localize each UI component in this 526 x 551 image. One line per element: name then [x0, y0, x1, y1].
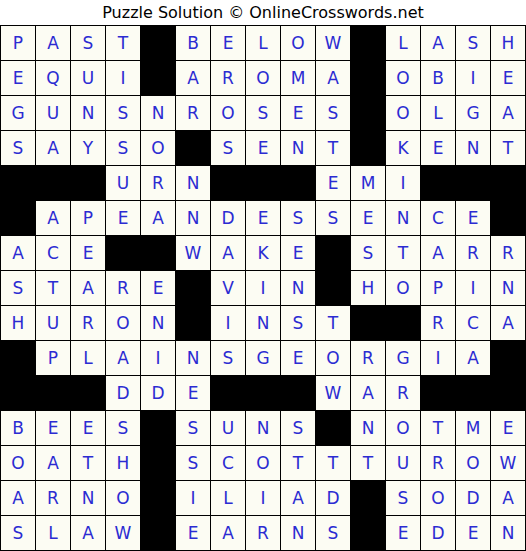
- block-cell: [386, 306, 421, 341]
- letter-cell: S: [211, 131, 246, 166]
- block-cell: [491, 166, 526, 201]
- letter-cell: S: [316, 96, 351, 131]
- letter-cell: S: [386, 481, 421, 516]
- letter-cell: E: [456, 516, 491, 551]
- letter-cell: O: [106, 306, 141, 341]
- letter-cell: E: [71, 236, 106, 271]
- letter-cell: E: [176, 516, 211, 551]
- letter-cell: I: [246, 481, 281, 516]
- letter-cell: U: [211, 411, 246, 446]
- letter-cell: N: [491, 516, 526, 551]
- block-cell: [316, 271, 351, 306]
- letter-cell: D: [456, 481, 491, 516]
- letter-cell: C: [421, 201, 456, 236]
- letter-cell: E: [1, 61, 36, 96]
- letter-cell: G: [386, 341, 421, 376]
- block-cell: [351, 96, 386, 131]
- block-cell: [141, 446, 176, 481]
- letter-cell: B: [421, 61, 456, 96]
- letter-cell: O: [386, 271, 421, 306]
- letter-cell: A: [211, 516, 246, 551]
- block-cell: [351, 26, 386, 61]
- letter-cell: S: [281, 411, 316, 446]
- block-cell: [281, 376, 316, 411]
- letter-cell: T: [36, 271, 71, 306]
- letter-cell: H: [351, 271, 386, 306]
- letter-cell: S: [176, 446, 211, 481]
- letter-cell: E: [351, 201, 386, 236]
- letter-cell: E: [71, 411, 106, 446]
- block-cell: [1, 166, 36, 201]
- letter-cell: H: [491, 26, 526, 61]
- letter-cell: T: [316, 131, 351, 166]
- letter-cell: N: [246, 411, 281, 446]
- block-cell: [211, 166, 246, 201]
- letter-cell: S: [71, 26, 106, 61]
- letter-cell: U: [106, 166, 141, 201]
- letter-cell: L: [71, 341, 106, 376]
- letter-cell: S: [176, 411, 211, 446]
- letter-cell: S: [316, 516, 351, 551]
- letter-cell: E: [491, 411, 526, 446]
- letter-cell: I: [211, 306, 246, 341]
- block-cell: [421, 376, 456, 411]
- letter-cell: W: [106, 516, 141, 551]
- letter-cell: A: [281, 481, 316, 516]
- letter-cell: N: [176, 166, 211, 201]
- block-cell: [351, 61, 386, 96]
- letter-cell: E: [316, 166, 351, 201]
- letter-cell: M: [456, 411, 491, 446]
- block-cell: [1, 201, 36, 236]
- letter-cell: C: [211, 446, 246, 481]
- letter-cell: L: [386, 26, 421, 61]
- letter-cell: N: [176, 201, 211, 236]
- block-cell: [351, 481, 386, 516]
- letter-cell: N: [71, 481, 106, 516]
- letter-cell: T: [316, 306, 351, 341]
- letter-cell: L: [211, 481, 246, 516]
- letter-cell: O: [246, 61, 281, 96]
- letter-cell: R: [71, 306, 106, 341]
- block-cell: [36, 376, 71, 411]
- letter-cell: A: [1, 481, 36, 516]
- letter-cell: T: [491, 131, 526, 166]
- letter-cell: A: [351, 376, 386, 411]
- letter-cell: O: [316, 341, 351, 376]
- letter-cell: R: [456, 236, 491, 271]
- letter-cell: G: [456, 96, 491, 131]
- letter-cell: D: [316, 481, 351, 516]
- letter-cell: E: [386, 516, 421, 551]
- letter-cell: E: [491, 61, 526, 96]
- letter-cell: T: [106, 26, 141, 61]
- letter-cell: A: [141, 201, 176, 236]
- letter-cell: N: [246, 306, 281, 341]
- letter-cell: I: [246, 271, 281, 306]
- letter-cell: A: [491, 96, 526, 131]
- letter-cell: R: [351, 341, 386, 376]
- letter-cell: A: [316, 61, 351, 96]
- letter-cell: T: [421, 411, 456, 446]
- letter-cell: N: [281, 271, 316, 306]
- letter-cell: O: [386, 411, 421, 446]
- letter-cell: S: [1, 131, 36, 166]
- letter-cell: R: [386, 376, 421, 411]
- letter-cell: W: [316, 26, 351, 61]
- letter-cell: D: [141, 376, 176, 411]
- letter-cell: A: [71, 271, 106, 306]
- letter-cell: A: [421, 26, 456, 61]
- letter-cell: T: [386, 236, 421, 271]
- letter-cell: M: [281, 61, 316, 96]
- letter-cell: W: [491, 446, 526, 481]
- letter-cell: Q: [36, 61, 71, 96]
- letter-cell: L: [246, 26, 281, 61]
- letter-cell: L: [36, 516, 71, 551]
- letter-cell: A: [106, 341, 141, 376]
- block-cell: [351, 306, 386, 341]
- letter-cell: A: [1, 236, 36, 271]
- letter-cell: I: [176, 481, 211, 516]
- letter-cell: O: [246, 446, 281, 481]
- letter-cell: R: [421, 306, 456, 341]
- letter-cell: N: [351, 411, 386, 446]
- letter-cell: D: [106, 376, 141, 411]
- letter-cell: U: [386, 446, 421, 481]
- letter-cell: S: [351, 236, 386, 271]
- block-cell: [456, 166, 491, 201]
- block-cell: [1, 341, 36, 376]
- block-cell: [176, 271, 211, 306]
- letter-cell: U: [36, 306, 71, 341]
- letter-cell: S: [281, 201, 316, 236]
- letter-cell: O: [1, 446, 36, 481]
- letter-cell: K: [386, 131, 421, 166]
- letter-cell: M: [351, 166, 386, 201]
- letter-cell: A: [491, 481, 526, 516]
- letter-cell: I: [106, 61, 141, 96]
- letter-cell: I: [141, 341, 176, 376]
- letter-cell: O: [456, 446, 491, 481]
- letter-cell: V: [211, 271, 246, 306]
- letter-cell: I: [421, 341, 456, 376]
- block-cell: [491, 201, 526, 236]
- letter-cell: I: [456, 271, 491, 306]
- block-cell: [246, 166, 281, 201]
- letter-cell: N: [176, 341, 211, 376]
- block-cell: [246, 376, 281, 411]
- letter-cell: O: [211, 96, 246, 131]
- letter-cell: N: [141, 96, 176, 131]
- letter-cell: A: [36, 26, 71, 61]
- letter-cell: E: [281, 96, 316, 131]
- letter-cell: G: [246, 341, 281, 376]
- letter-cell: R: [421, 446, 456, 481]
- block-cell: [141, 411, 176, 446]
- block-cell: [491, 341, 526, 376]
- letter-cell: E: [281, 341, 316, 376]
- block-cell: [71, 166, 106, 201]
- letter-cell: P: [71, 201, 106, 236]
- letter-cell: W: [316, 376, 351, 411]
- letter-cell: B: [176, 26, 211, 61]
- block-cell: [106, 236, 141, 271]
- letter-cell: O: [281, 26, 316, 61]
- block-cell: [421, 166, 456, 201]
- letter-cell: R: [491, 236, 526, 271]
- letter-cell: P: [421, 271, 456, 306]
- letter-cell: Y: [71, 131, 106, 166]
- letter-cell: A: [456, 341, 491, 376]
- block-cell: [211, 376, 246, 411]
- block-cell: [351, 516, 386, 551]
- letter-cell: R: [106, 271, 141, 306]
- block-cell: [71, 376, 106, 411]
- letter-cell: W: [176, 236, 211, 271]
- letter-cell: A: [176, 61, 211, 96]
- letter-cell: C: [36, 236, 71, 271]
- block-cell: [141, 481, 176, 516]
- letter-cell: S: [1, 516, 36, 551]
- letter-cell: R: [141, 166, 176, 201]
- letter-cell: N: [491, 271, 526, 306]
- letter-cell: T: [351, 446, 386, 481]
- letter-cell: S: [281, 306, 316, 341]
- letter-cell: D: [211, 201, 246, 236]
- block-cell: [316, 236, 351, 271]
- letter-cell: A: [71, 516, 106, 551]
- letter-cell: A: [491, 306, 526, 341]
- block-cell: [176, 306, 211, 341]
- letter-cell: R: [246, 516, 281, 551]
- letter-cell: E: [141, 271, 176, 306]
- letter-cell: O: [106, 481, 141, 516]
- letter-cell: I: [386, 166, 421, 201]
- letter-cell: E: [176, 376, 211, 411]
- block-cell: [141, 516, 176, 551]
- letter-cell: C: [456, 306, 491, 341]
- block-cell: [281, 166, 316, 201]
- letter-cell: R: [211, 61, 246, 96]
- letter-cell: N: [281, 516, 316, 551]
- letter-cell: S: [106, 131, 141, 166]
- letter-cell: R: [36, 481, 71, 516]
- block-cell: [141, 61, 176, 96]
- letter-cell: H: [106, 446, 141, 481]
- letter-cell: R: [176, 96, 211, 131]
- letter-cell: O: [141, 131, 176, 166]
- letter-cell: S: [211, 341, 246, 376]
- letter-cell: G: [1, 96, 36, 131]
- letter-cell: I: [456, 61, 491, 96]
- letter-cell: T: [281, 446, 316, 481]
- letter-cell: S: [456, 26, 491, 61]
- block-cell: [141, 236, 176, 271]
- letter-cell: N: [386, 201, 421, 236]
- letter-cell: T: [71, 446, 106, 481]
- letter-cell: E: [36, 411, 71, 446]
- block-cell: [176, 131, 211, 166]
- letter-cell: U: [36, 96, 71, 131]
- letter-cell: S: [316, 201, 351, 236]
- letter-cell: T: [316, 446, 351, 481]
- letter-cell: A: [36, 201, 71, 236]
- letter-cell: E: [211, 26, 246, 61]
- block-cell: [141, 26, 176, 61]
- block-cell: [491, 376, 526, 411]
- letter-cell: A: [211, 236, 246, 271]
- letter-cell: O: [421, 481, 456, 516]
- letter-cell: E: [246, 131, 281, 166]
- letter-cell: E: [106, 201, 141, 236]
- letter-cell: N: [141, 306, 176, 341]
- letter-cell: A: [421, 236, 456, 271]
- letter-cell: N: [71, 96, 106, 131]
- block-cell: [36, 166, 71, 201]
- block-cell: [316, 411, 351, 446]
- letter-cell: N: [456, 131, 491, 166]
- letter-cell: A: [36, 131, 71, 166]
- letter-cell: L: [421, 96, 456, 131]
- letter-cell: O: [386, 61, 421, 96]
- letter-cell: K: [246, 236, 281, 271]
- letter-cell: N: [281, 131, 316, 166]
- letter-cell: U: [71, 61, 106, 96]
- letter-cell: E: [246, 201, 281, 236]
- letter-cell: E: [281, 236, 316, 271]
- letter-cell: D: [421, 516, 456, 551]
- block-cell: [1, 376, 36, 411]
- letter-cell: S: [106, 96, 141, 131]
- page-title: Puzzle Solution © OnlineCrosswords.net: [0, 0, 526, 25]
- crossword-grid: PASTBELOWLASHEQUIAROMAOBIEGUNSNROSESOLGA…: [0, 25, 526, 551]
- block-cell: [456, 376, 491, 411]
- letter-cell: S: [106, 411, 141, 446]
- puzzle-solution-page: Puzzle Solution © OnlineCrosswords.net P…: [0, 0, 526, 551]
- letter-cell: S: [1, 271, 36, 306]
- letter-cell: O: [386, 96, 421, 131]
- block-cell: [351, 131, 386, 166]
- letter-cell: P: [1, 26, 36, 61]
- letter-cell: B: [1, 411, 36, 446]
- letter-cell: E: [456, 201, 491, 236]
- letter-cell: E: [421, 131, 456, 166]
- letter-cell: P: [36, 341, 71, 376]
- letter-cell: S: [246, 96, 281, 131]
- letter-cell: A: [36, 446, 71, 481]
- letter-cell: H: [1, 306, 36, 341]
